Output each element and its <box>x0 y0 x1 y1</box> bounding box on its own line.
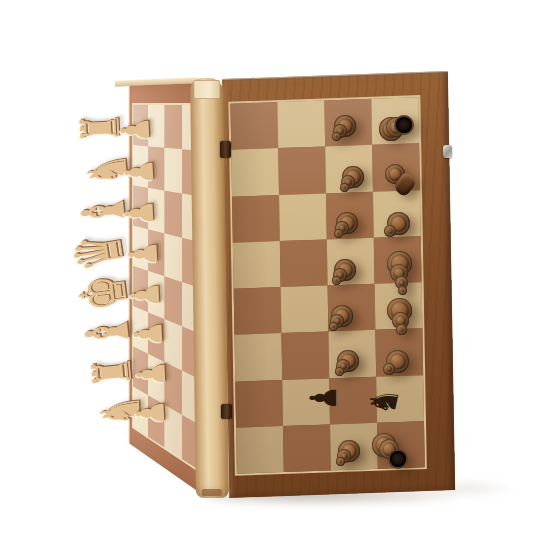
square-h5 <box>236 426 284 474</box>
fold-foot-shadow <box>202 489 222 496</box>
square-e6 <box>281 285 329 333</box>
hinge-top <box>220 141 231 158</box>
square-f6 <box>281 332 329 380</box>
piece-white-pawn-e2: ♟ <box>126 281 166 309</box>
piece-white-pawn-a2: ♟ <box>116 116 156 144</box>
knob-ring <box>398 286 407 295</box>
piece-white-pawn-h2: ♟ <box>131 399 171 427</box>
knob-ring <box>334 229 343 238</box>
knob-ring <box>332 276 341 285</box>
hinge-bottom <box>221 404 232 419</box>
knob-ring <box>396 117 412 133</box>
square-b6 <box>278 147 326 195</box>
knob-ring <box>335 367 344 376</box>
fold-joint-notch <box>193 80 220 99</box>
square-c3 <box>164 191 181 238</box>
square-g5 <box>235 380 283 428</box>
piece-black-pawn-g7-edge-on: ♟ <box>305 386 341 410</box>
knob-ring <box>329 322 338 331</box>
square-c6 <box>279 193 327 241</box>
square-c5 <box>232 195 280 243</box>
square-d5 <box>233 241 281 289</box>
piece-white-pawn-g2: ♟ <box>132 360 172 388</box>
square-a6 <box>277 100 325 148</box>
square-a5 <box>230 102 278 150</box>
knob-ring <box>396 324 407 335</box>
piece-white-pawn-b2: ♟ <box>120 158 160 186</box>
square-b3 <box>164 148 181 194</box>
folding-chess-set-photo: ♜♟♞♟♝♟♛♟♚♟♝♟♜♟♞♟ ♟♞ <box>0 0 533 533</box>
square-a3 <box>164 105 181 149</box>
knob-ring <box>336 457 345 466</box>
piece-white-pawn-d2: ♟ <box>124 240 164 268</box>
square-h6 <box>283 424 331 472</box>
knob-ring <box>340 183 349 192</box>
knob-ring <box>384 225 396 237</box>
square-e5 <box>234 287 282 335</box>
square-d6 <box>280 239 328 287</box>
piece-white-pawn-c2: ♟ <box>120 199 160 227</box>
square-d3 <box>164 233 181 282</box>
square-f5 <box>234 333 282 381</box>
clasp-latch <box>443 145 452 158</box>
knob-ring <box>332 132 341 141</box>
piece-white-pawn-f2: ♟ <box>129 320 169 348</box>
knob-ring <box>390 451 406 467</box>
square-b5 <box>231 148 279 196</box>
knob-ring <box>383 363 395 375</box>
